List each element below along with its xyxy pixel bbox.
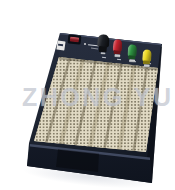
product-photo-breadboard: ZHONG YU: [0, 0, 175, 190]
power-switch: [68, 34, 82, 44]
watermark-text: ZHONG YU: [22, 83, 174, 112]
post-label-mark: [117, 59, 121, 61]
post-label-mark: [102, 57, 106, 59]
post-nut: [114, 54, 120, 58]
brand-sticker-logo: [58, 43, 63, 45]
brand-sticker: [56, 40, 65, 49]
panel-print-text: [91, 47, 98, 49]
post-nut: [129, 59, 135, 63]
post-nut: [144, 64, 150, 68]
power-switch-rocker: [70, 36, 80, 42]
post-nut: [100, 52, 105, 55]
